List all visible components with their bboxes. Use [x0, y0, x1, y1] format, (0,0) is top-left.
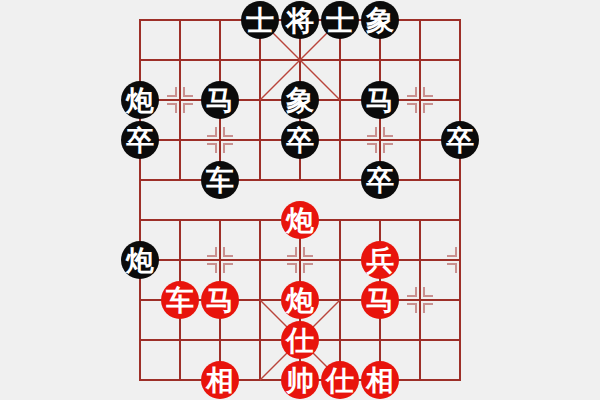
piece-glyph: 马 — [206, 284, 234, 317]
piece-red-chariot[interactable]: 车 — [161, 281, 199, 319]
piece-glyph: 卒 — [286, 124, 314, 157]
piece-red-advisor[interactable]: 仕 — [321, 361, 359, 399]
piece-red-elephant[interactable]: 相 — [201, 361, 239, 399]
xiangqi-board[interactable]: 士将士象炮马象马卒卒卒车卒炮炮兵车马炮马仕相帅仕相 — [0, 0, 600, 400]
piece-glyph: 相 — [206, 364, 234, 397]
piece-red-soldier[interactable]: 兵 — [361, 241, 399, 279]
piece-glyph: 士 — [326, 4, 354, 37]
piece-glyph: 士 — [246, 4, 274, 37]
piece-glyph: 帅 — [286, 364, 314, 397]
piece-black-horse[interactable]: 马 — [361, 81, 399, 119]
piece-red-general[interactable]: 帅 — [281, 361, 319, 399]
piece-glyph: 象 — [286, 84, 314, 117]
pieces-layer: 士将士象炮马象马卒卒卒车卒炮炮兵车马炮马仕相帅仕相 — [0, 0, 600, 400]
piece-glyph: 卒 — [366, 164, 394, 197]
piece-black-soldier[interactable]: 卒 — [361, 161, 399, 199]
piece-black-soldier[interactable]: 卒 — [121, 121, 159, 159]
piece-glyph: 象 — [366, 4, 394, 37]
piece-black-advisor[interactable]: 士 — [241, 1, 279, 39]
piece-black-elephant[interactable]: 象 — [361, 1, 399, 39]
piece-glyph: 兵 — [366, 244, 394, 277]
piece-glyph: 相 — [366, 364, 394, 397]
piece-glyph: 仕 — [326, 364, 354, 397]
piece-glyph: 炮 — [126, 244, 154, 277]
piece-red-advisor[interactable]: 仕 — [281, 321, 319, 359]
piece-glyph: 炮 — [126, 84, 154, 117]
piece-red-horse[interactable]: 马 — [361, 281, 399, 319]
piece-glyph: 卒 — [126, 124, 154, 157]
piece-glyph: 将 — [286, 4, 314, 37]
piece-glyph: 炮 — [286, 204, 314, 237]
piece-glyph: 卒 — [446, 124, 474, 157]
piece-black-soldier[interactable]: 卒 — [281, 121, 319, 159]
piece-black-elephant[interactable]: 象 — [281, 81, 319, 119]
piece-black-general[interactable]: 将 — [281, 1, 319, 39]
piece-glyph: 仕 — [286, 324, 314, 357]
piece-glyph: 炮 — [286, 284, 314, 317]
xiangqi-screen: 士将士象炮马象马卒卒卒车卒炮炮兵车马炮马仕相帅仕相 — [0, 0, 600, 400]
piece-black-soldier[interactable]: 卒 — [441, 121, 479, 159]
piece-glyph: 车 — [166, 284, 194, 317]
piece-black-chariot[interactable]: 车 — [201, 161, 239, 199]
piece-red-cannon[interactable]: 炮 — [281, 281, 319, 319]
piece-black-horse[interactable]: 马 — [201, 81, 239, 119]
piece-red-cannon[interactable]: 炮 — [281, 201, 319, 239]
piece-red-elephant[interactable]: 相 — [361, 361, 399, 399]
piece-black-cannon[interactable]: 炮 — [121, 241, 159, 279]
piece-black-advisor[interactable]: 士 — [321, 1, 359, 39]
piece-glyph: 马 — [366, 84, 394, 117]
piece-red-horse[interactable]: 马 — [201, 281, 239, 319]
piece-black-cannon[interactable]: 炮 — [121, 81, 159, 119]
piece-glyph: 马 — [366, 284, 394, 317]
piece-glyph: 车 — [206, 164, 234, 197]
piece-glyph: 马 — [206, 84, 234, 117]
